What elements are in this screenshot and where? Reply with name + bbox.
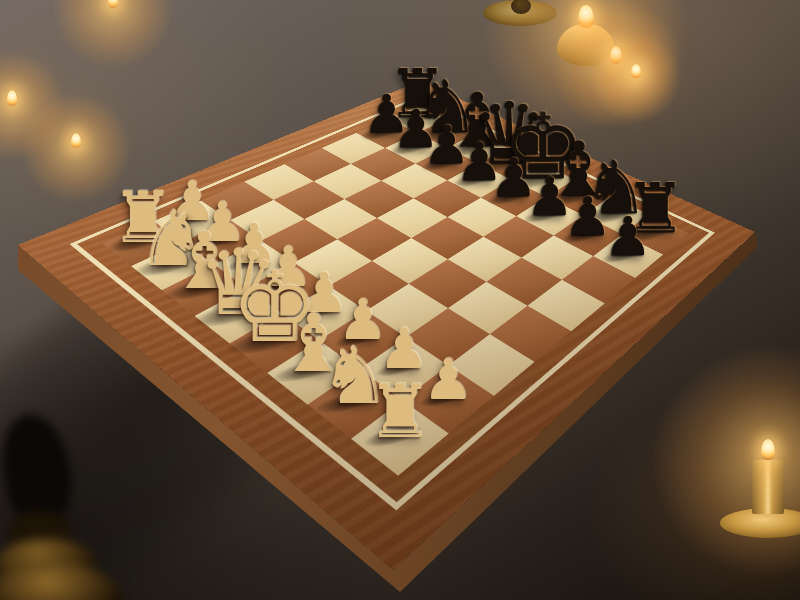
candle-holder-bell (557, 24, 615, 66)
candle-holder-dish (483, 0, 557, 26)
candle-flame (610, 46, 622, 64)
candle-holder-dish (720, 508, 800, 538)
piece-white-rook-h1[interactable]: ♜ (367, 375, 433, 449)
candle-flame (631, 64, 641, 78)
candle-flame (108, 0, 119, 8)
candle-glow (590, 32, 682, 124)
candle-flame (578, 5, 594, 28)
candle-flame (7, 90, 18, 106)
scene: ♜♟♞♝♟♛♟♚♟♝♟♞♟♟♜♟♟♜♟♟♞♟♝♟♛♟♚♟♝♟♞♜ (0, 0, 800, 600)
candle-holder-cylinder (752, 460, 784, 514)
candle-glow (650, 342, 800, 578)
candle-glow (0, 50, 68, 162)
piece-black-pawn-h7[interactable]: ♟ (604, 210, 652, 264)
candle-glow (51, 0, 175, 70)
candle-flame (761, 439, 775, 460)
candle-flame (71, 133, 81, 148)
candle-holder-knob (511, 0, 531, 14)
